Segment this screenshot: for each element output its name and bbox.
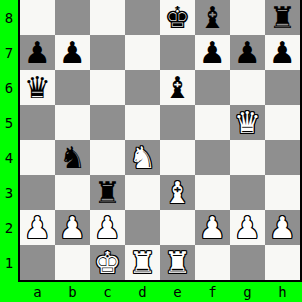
piece-white-rook[interactable]: ♜ [129, 245, 156, 280]
square-h5[interactable] [265, 105, 300, 140]
file-label-a: a [20, 282, 55, 302]
square-a7[interactable]: ♟ [20, 35, 55, 70]
piece-black-pawn[interactable]: ♟ [199, 35, 226, 70]
square-g3[interactable] [230, 175, 265, 210]
square-f5[interactable] [195, 105, 230, 140]
piece-white-pawn[interactable]: ♟ [234, 210, 261, 245]
square-d3[interactable] [125, 175, 160, 210]
rank-label-6: 6 [0, 70, 18, 105]
square-h2[interactable]: ♟ [265, 210, 300, 245]
piece-black-bishop[interactable]: ♝ [164, 70, 191, 105]
square-g1[interactable] [230, 245, 265, 280]
square-h6[interactable] [265, 70, 300, 105]
rank-label-1: 1 [0, 245, 18, 280]
piece-black-bishop[interactable]: ♝ [199, 0, 226, 35]
square-g6[interactable] [230, 70, 265, 105]
square-b2[interactable]: ♟ [55, 210, 90, 245]
piece-black-pawn[interactable]: ♟ [269, 35, 296, 70]
square-d2[interactable] [125, 210, 160, 245]
square-g8[interactable] [230, 0, 265, 35]
piece-white-pawn[interactable]: ♟ [94, 210, 121, 245]
square-a4[interactable] [20, 140, 55, 175]
file-label-e: e [160, 282, 195, 302]
square-b5[interactable] [55, 105, 90, 140]
square-d5[interactable] [125, 105, 160, 140]
square-f7[interactable]: ♟ [195, 35, 230, 70]
square-a6[interactable]: ♛ [20, 70, 55, 105]
square-c3[interactable]: ♜ [90, 175, 125, 210]
file-label-b: b [55, 282, 90, 302]
piece-black-pawn[interactable]: ♟ [234, 35, 261, 70]
square-c6[interactable] [90, 70, 125, 105]
square-g4[interactable] [230, 140, 265, 175]
square-d4[interactable]: ♞ [125, 140, 160, 175]
rank-label-7: 7 [0, 35, 18, 70]
square-a1[interactable] [20, 245, 55, 280]
square-h8[interactable]: ♜ [265, 0, 300, 35]
square-f4[interactable] [195, 140, 230, 175]
square-f1[interactable] [195, 245, 230, 280]
piece-white-king[interactable]: ♚ [94, 245, 121, 280]
file-label-c: c [90, 282, 125, 302]
square-a3[interactable] [20, 175, 55, 210]
square-a2[interactable]: ♟ [20, 210, 55, 245]
square-d7[interactable] [125, 35, 160, 70]
square-b7[interactable]: ♟ [55, 35, 90, 70]
square-c4[interactable] [90, 140, 125, 175]
square-b3[interactable] [55, 175, 90, 210]
piece-black-king[interactable]: ♚ [164, 0, 191, 35]
piece-white-rook[interactable]: ♜ [164, 245, 191, 280]
file-label-h: h [265, 282, 300, 302]
square-b1[interactable] [55, 245, 90, 280]
rank-label-8: 8 [0, 0, 18, 35]
piece-white-pawn[interactable]: ♟ [199, 210, 226, 245]
square-f3[interactable] [195, 175, 230, 210]
square-h4[interactable] [265, 140, 300, 175]
square-h3[interactable] [265, 175, 300, 210]
square-e4[interactable] [160, 140, 195, 175]
file-label-f: f [195, 282, 230, 302]
square-f2[interactable]: ♟ [195, 210, 230, 245]
rank-label-3: 3 [0, 175, 18, 210]
square-c5[interactable] [90, 105, 125, 140]
square-e6[interactable]: ♝ [160, 70, 195, 105]
square-d6[interactable] [125, 70, 160, 105]
square-e3[interactable]: ♝ [160, 175, 195, 210]
square-g7[interactable]: ♟ [230, 35, 265, 70]
piece-white-pawn[interactable]: ♟ [59, 210, 86, 245]
chess-diagram: 87654321 ♚♝♜♟♟♟♟♟♛♝♛♞♞♜♝♟♟♟♟♟♟♚♜♜ abcdef… [0, 0, 302, 302]
square-e1[interactable]: ♜ [160, 245, 195, 280]
square-f6[interactable] [195, 70, 230, 105]
square-h7[interactable]: ♟ [265, 35, 300, 70]
square-b6[interactable] [55, 70, 90, 105]
square-c1[interactable]: ♚ [90, 245, 125, 280]
square-e5[interactable] [160, 105, 195, 140]
square-b4[interactable]: ♞ [55, 140, 90, 175]
rank-labels: 87654321 [0, 0, 18, 282]
square-c7[interactable] [90, 35, 125, 70]
piece-black-pawn[interactable]: ♟ [24, 35, 51, 70]
square-d8[interactable] [125, 0, 160, 35]
square-c8[interactable] [90, 0, 125, 35]
piece-white-queen[interactable]: ♛ [234, 105, 261, 140]
file-label-g: g [230, 282, 265, 302]
square-g2[interactable]: ♟ [230, 210, 265, 245]
board-grid: ♚♝♜♟♟♟♟♟♛♝♛♞♞♜♝♟♟♟♟♟♟♚♜♜ [18, 0, 302, 282]
rank-label-2: 2 [0, 210, 18, 245]
piece-black-rook[interactable]: ♜ [269, 0, 296, 35]
square-c2[interactable]: ♟ [90, 210, 125, 245]
square-f8[interactable]: ♝ [195, 0, 230, 35]
square-g5[interactable]: ♛ [230, 105, 265, 140]
file-label-d: d [125, 282, 160, 302]
piece-white-knight[interactable]: ♞ [129, 140, 156, 175]
square-h1[interactable] [265, 245, 300, 280]
rank-label-4: 4 [0, 140, 18, 175]
square-a8[interactable] [20, 0, 55, 35]
square-e8[interactable]: ♚ [160, 0, 195, 35]
square-e7[interactable] [160, 35, 195, 70]
piece-black-queen[interactable]: ♛ [24, 70, 51, 105]
piece-black-knight[interactable]: ♞ [59, 140, 86, 175]
piece-white-bishop[interactable]: ♝ [164, 175, 191, 210]
piece-black-rook[interactable]: ♜ [94, 175, 121, 210]
rank-label-5: 5 [0, 105, 18, 140]
square-b8[interactable] [55, 0, 90, 35]
piece-white-pawn[interactable]: ♟ [24, 210, 51, 245]
file-labels: abcdefgh [20, 282, 300, 302]
square-e2[interactable] [160, 210, 195, 245]
piece-black-pawn[interactable]: ♟ [59, 35, 86, 70]
square-a5[interactable] [20, 105, 55, 140]
square-d1[interactable]: ♜ [125, 245, 160, 280]
piece-white-pawn[interactable]: ♟ [269, 210, 296, 245]
